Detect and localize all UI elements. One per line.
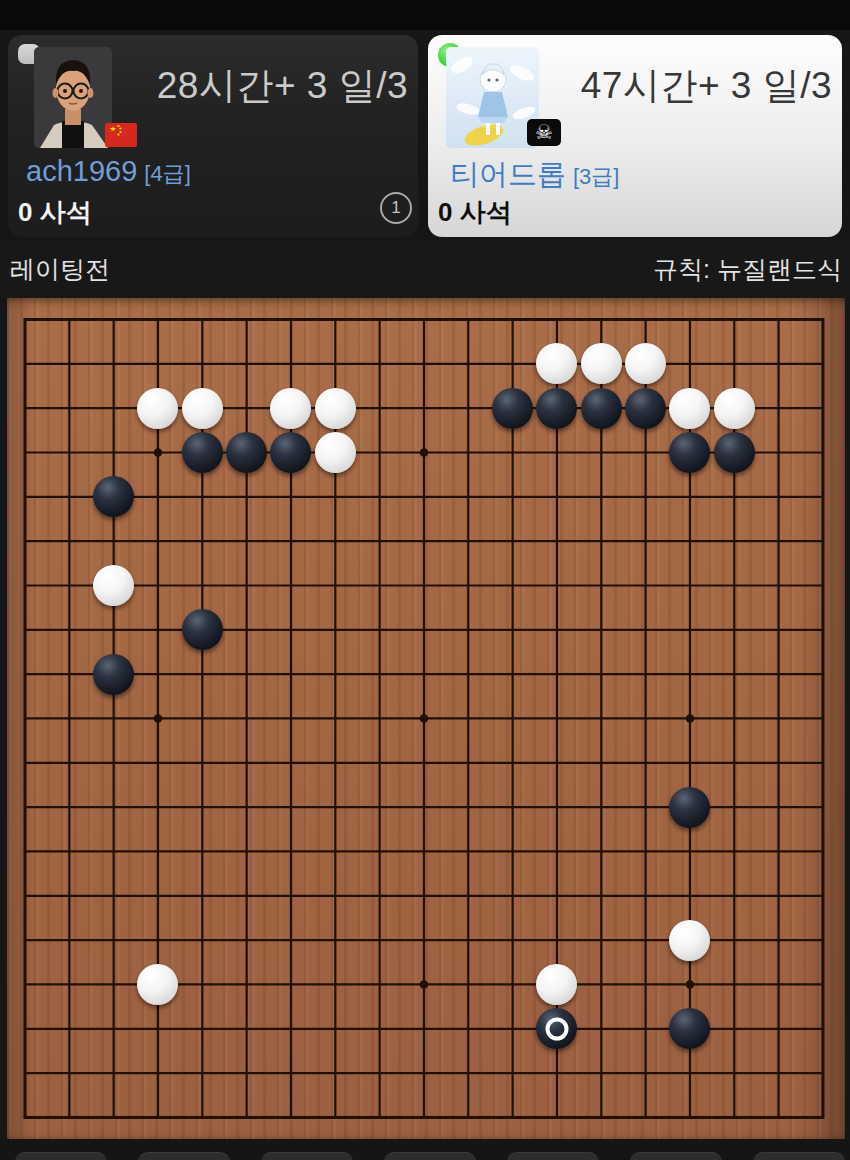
black-player-name-row: 티어드롭[3급] bbox=[450, 155, 619, 195]
go-board[interactable] bbox=[7, 298, 845, 1139]
white-player-card[interactable]: 28시간+ 3 일/3 ach1969[4급] 0 사석 1 bbox=[8, 35, 418, 237]
white-player-captures: 0 사석 bbox=[18, 195, 92, 230]
stone-black bbox=[536, 1008, 577, 1049]
bottom-toolbar-buttons bbox=[15, 1152, 845, 1160]
rules-label: 규칙: 뉴질랜드식 bbox=[653, 253, 842, 286]
stone-white bbox=[625, 343, 666, 384]
stone-white bbox=[536, 964, 577, 1005]
stone-black bbox=[625, 388, 666, 429]
toolbar-button[interactable] bbox=[261, 1152, 353, 1160]
stone-white bbox=[669, 920, 710, 961]
stone-black bbox=[669, 787, 710, 828]
toolbar-button[interactable] bbox=[630, 1152, 722, 1160]
black-player-card[interactable]: ☠ 47시간+ 3 일/3 티어드롭[3급] 0 사석 bbox=[428, 35, 842, 237]
stone-black bbox=[492, 388, 533, 429]
turn-indicator-badge: 1 bbox=[380, 192, 412, 224]
stone-white bbox=[270, 388, 311, 429]
china-flag-icon bbox=[105, 123, 137, 147]
stone-black bbox=[669, 432, 710, 473]
stone-white bbox=[93, 565, 134, 606]
stone-black bbox=[226, 432, 267, 473]
stone-white bbox=[581, 343, 622, 384]
stone-black bbox=[714, 432, 755, 473]
stones-layer bbox=[3, 297, 845, 1139]
black-player-rank: [3급] bbox=[573, 164, 619, 189]
toolbar-button[interactable] bbox=[753, 1152, 845, 1160]
stone-black bbox=[669, 1008, 710, 1049]
stone-white bbox=[315, 388, 356, 429]
status-bar bbox=[0, 0, 850, 30]
black-player-avatar bbox=[446, 47, 539, 148]
white-player-avatar bbox=[34, 47, 112, 148]
black-player-name: 티어드롭 bbox=[450, 158, 566, 190]
white-player-name: ach1969 bbox=[26, 155, 137, 187]
stone-white bbox=[315, 432, 356, 473]
stone-white bbox=[137, 964, 178, 1005]
black-player-captures: 0 사석 bbox=[438, 195, 512, 230]
stone-white bbox=[536, 343, 577, 384]
match-type-label: 레이팅전 bbox=[10, 253, 110, 286]
bottom-toolbar bbox=[0, 1139, 850, 1160]
toolbar-button[interactable] bbox=[384, 1152, 476, 1160]
game-screen: 28시간+ 3 일/3 ach1969[4급] 0 사석 1 bbox=[0, 0, 850, 1160]
stone-white bbox=[714, 388, 755, 429]
stone-white bbox=[137, 388, 178, 429]
skull-badge-icon: ☠ bbox=[527, 119, 561, 146]
stone-black bbox=[93, 476, 134, 517]
last-move-marker bbox=[545, 1017, 568, 1040]
white-player-name-row: ach1969[4급] bbox=[26, 155, 191, 189]
stone-black bbox=[182, 609, 223, 650]
toolbar-button[interactable] bbox=[15, 1152, 107, 1160]
game-info-row: 레이팅전 규칙: 뉴질랜드식 bbox=[0, 240, 850, 298]
stone-black bbox=[270, 432, 311, 473]
stone-black bbox=[536, 388, 577, 429]
white-player-time: 28시간+ 3 일/3 bbox=[157, 61, 408, 111]
stone-black bbox=[182, 432, 223, 473]
black-player-time: 47시간+ 3 일/3 bbox=[581, 61, 832, 111]
stone-black bbox=[581, 388, 622, 429]
stone-white bbox=[669, 388, 710, 429]
stone-black bbox=[93, 654, 134, 695]
toolbar-button[interactable] bbox=[138, 1152, 230, 1160]
stone-white bbox=[182, 388, 223, 429]
white-player-rank: [4급] bbox=[144, 161, 190, 186]
toolbar-button[interactable] bbox=[507, 1152, 599, 1160]
